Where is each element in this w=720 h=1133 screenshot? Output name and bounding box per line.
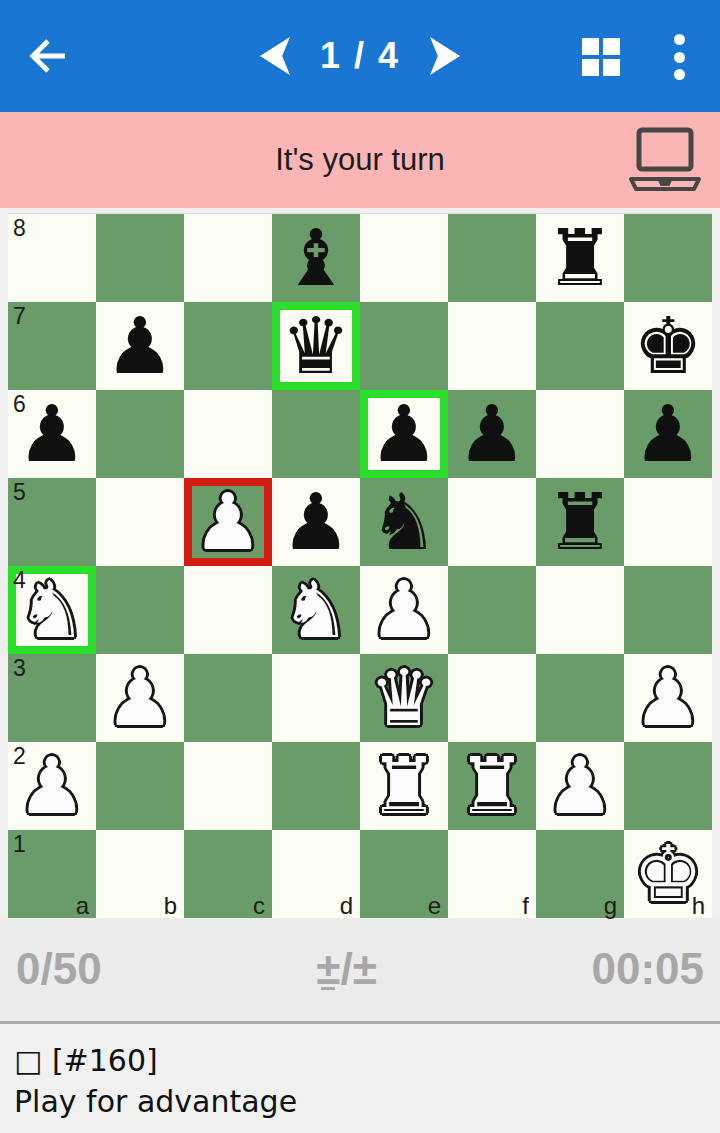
square-g5[interactable]: ♜ <box>536 478 624 566</box>
square-h7[interactable]: ♚ <box>624 302 712 390</box>
square-d3[interactable] <box>272 654 360 742</box>
piece-black-rook-g5[interactable]: ♜ <box>545 478 615 566</box>
square-f3[interactable] <box>448 654 536 742</box>
turn-banner: It's your turn <box>0 112 720 208</box>
file-label-c: c <box>253 892 265 920</box>
square-g7[interactable] <box>536 302 624 390</box>
piece-black-pawn-b7[interactable]: ♟ <box>105 302 175 390</box>
rank-label-7: 7 <box>13 303 26 330</box>
square-b3[interactable]: ♟ <box>96 654 184 742</box>
piece-white-pawn-g2[interactable]: ♟ <box>545 742 615 830</box>
piece-white-pawn-e4[interactable]: ♟ <box>369 566 439 654</box>
square-a5[interactable]: 5 <box>8 478 96 566</box>
status-bar: 0/50 ± / ± 00:05 <box>0 917 720 1021</box>
square-h5[interactable] <box>624 478 712 566</box>
piece-white-queen-e3[interactable]: ♛ <box>369 654 439 742</box>
square-e3[interactable]: ♛ <box>360 654 448 742</box>
square-d8[interactable]: ♝ <box>272 214 360 302</box>
square-d1[interactable]: d <box>272 830 360 918</box>
square-e7[interactable] <box>360 302 448 390</box>
piece-black-pawn-h6[interactable]: ♟ <box>633 390 703 478</box>
rank-label-3: 3 <box>13 655 26 682</box>
puzzle-pager: 1 / 4 <box>260 0 460 112</box>
square-e2[interactable]: ♜ <box>360 742 448 830</box>
square-c6[interactable] <box>184 390 272 478</box>
puzzle-info: □ [#160] Play for advantage <box>0 1024 720 1133</box>
evaluation-symbols: ± / ± <box>316 944 377 994</box>
square-c3[interactable] <box>184 654 272 742</box>
puzzle-grid-icon[interactable] <box>582 38 620 76</box>
square-h8[interactable] <box>624 214 712 302</box>
square-g8[interactable]: ♜ <box>536 214 624 302</box>
piece-black-king-h7[interactable]: ♚ <box>633 302 703 390</box>
piece-white-pawn-c5[interactable]: ♟ <box>193 478 263 566</box>
square-e1[interactable]: e <box>360 830 448 918</box>
square-a8[interactable]: 8 <box>8 214 96 302</box>
square-e6[interactable]: ♟ <box>360 390 448 478</box>
eval-separator: / <box>340 944 352 994</box>
square-c8[interactable] <box>184 214 272 302</box>
square-e8[interactable] <box>360 214 448 302</box>
computer-icon[interactable] <box>624 127 706 193</box>
file-label-b: b <box>164 892 177 920</box>
file-label-h: h <box>692 892 705 920</box>
piece-white-pawn-a2[interactable]: ♟ <box>17 742 87 830</box>
puzzle-id: □ [#160] <box>14 1040 706 1081</box>
square-e5[interactable]: ♞ <box>360 478 448 566</box>
square-g1[interactable]: g <box>536 830 624 918</box>
square-e4[interactable]: ♟ <box>360 566 448 654</box>
square-g3[interactable] <box>536 654 624 742</box>
square-a2[interactable]: 2♟ <box>8 742 96 830</box>
square-a3[interactable]: 3 <box>8 654 96 742</box>
file-label-d: d <box>340 892 353 920</box>
piece-white-pawn-h3[interactable]: ♟ <box>633 654 703 742</box>
puzzle-counter: 1 / 4 <box>320 35 400 77</box>
square-a1[interactable]: 1a <box>8 830 96 918</box>
board-area: 8♝♜7♟♛♚6♟♟♟♟5♟♟♞♜4♞♞♟3♟♛♟2♟♜♜♟1abcdefgh♚ <box>0 208 720 917</box>
piece-white-knight-a4[interactable]: ♞ <box>17 566 87 654</box>
rank-label-5: 5 <box>13 479 26 506</box>
rank-label-8: 8 <box>13 215 26 242</box>
square-c4[interactable] <box>184 566 272 654</box>
file-label-a: a <box>76 892 89 920</box>
square-a7[interactable]: 7 <box>8 302 96 390</box>
back-icon[interactable] <box>26 34 70 78</box>
square-d4[interactable]: ♞ <box>272 566 360 654</box>
square-h2[interactable] <box>624 742 712 830</box>
square-d6[interactable] <box>272 390 360 478</box>
file-label-g: g <box>604 892 617 920</box>
piece-white-rook-f2[interactable]: ♜ <box>457 742 527 830</box>
square-f1[interactable]: f <box>448 830 536 918</box>
piece-black-bishop-d8[interactable]: ♝ <box>281 214 351 302</box>
square-a4[interactable]: 4♞ <box>8 566 96 654</box>
overflow-menu-icon[interactable] <box>674 34 686 80</box>
square-h6[interactable]: ♟ <box>624 390 712 478</box>
square-f7[interactable] <box>448 302 536 390</box>
square-b5[interactable] <box>96 478 184 566</box>
piece-white-rook-e2[interactable]: ♜ <box>369 742 439 830</box>
square-c7[interactable] <box>184 302 272 390</box>
piece-black-pawn-e6[interactable]: ♟ <box>369 390 439 478</box>
rank-label-1: 1 <box>13 831 26 858</box>
square-c1[interactable]: c <box>184 830 272 918</box>
piece-black-queen-d7[interactable]: ♛ <box>281 302 351 390</box>
square-f6[interactable]: ♟ <box>448 390 536 478</box>
puzzle-goal: Play for advantage <box>14 1081 706 1122</box>
square-h4[interactable] <box>624 566 712 654</box>
timer: 00:05 <box>591 944 704 994</box>
piece-black-rook-g8[interactable]: ♜ <box>545 214 615 302</box>
square-b6[interactable] <box>96 390 184 478</box>
progress-counter: 0/50 <box>16 944 102 994</box>
square-b2[interactable] <box>96 742 184 830</box>
file-label-e: e <box>428 892 441 920</box>
piece-black-pawn-f6[interactable]: ♟ <box>457 390 527 478</box>
file-label-f: f <box>522 892 529 920</box>
rank-label-6: 6 <box>13 391 26 418</box>
square-h1[interactable]: h♚ <box>624 830 712 918</box>
piece-white-pawn-b3[interactable]: ♟ <box>105 654 175 742</box>
square-g2[interactable]: ♟ <box>536 742 624 830</box>
eval-white-slightly-better-symbol: ± <box>316 944 340 994</box>
square-d7[interactable]: ♛ <box>272 302 360 390</box>
square-a6[interactable]: 6♟ <box>8 390 96 478</box>
piece-white-knight-d4[interactable]: ♞ <box>281 566 351 654</box>
next-puzzle-icon[interactable] <box>430 37 460 75</box>
chess-board: 8♝♜7♟♛♚6♟♟♟♟5♟♟♞♜4♞♞♟3♟♛♟2♟♜♜♟1abcdefgh♚ <box>8 213 712 917</box>
piece-black-pawn-a6[interactable]: ♟ <box>17 390 87 478</box>
square-c5[interactable]: ♟ <box>184 478 272 566</box>
eval-white-better-symbol: ± <box>353 944 377 994</box>
prev-puzzle-icon[interactable] <box>260 37 290 75</box>
square-f8[interactable] <box>448 214 536 302</box>
rank-label-4: 4 <box>13 567 26 594</box>
square-b4[interactable] <box>96 566 184 654</box>
turn-message: It's your turn <box>275 142 445 178</box>
square-d5[interactable]: ♟ <box>272 478 360 566</box>
square-b1[interactable]: b <box>96 830 184 918</box>
square-b7[interactable]: ♟ <box>96 302 184 390</box>
rank-label-2: 2 <box>13 743 26 770</box>
square-d2[interactable] <box>272 742 360 830</box>
square-h3[interactable]: ♟ <box>624 654 712 742</box>
square-f2[interactable]: ♜ <box>448 742 536 830</box>
piece-black-pawn-d5[interactable]: ♟ <box>281 478 351 566</box>
app-bar: 1 / 4 <box>0 0 720 112</box>
square-f5[interactable] <box>448 478 536 566</box>
piece-black-knight-e5[interactable]: ♞ <box>369 478 439 566</box>
square-f4[interactable] <box>448 566 536 654</box>
square-g6[interactable] <box>536 390 624 478</box>
square-b8[interactable] <box>96 214 184 302</box>
square-g4[interactable] <box>536 566 624 654</box>
square-c2[interactable] <box>184 742 272 830</box>
